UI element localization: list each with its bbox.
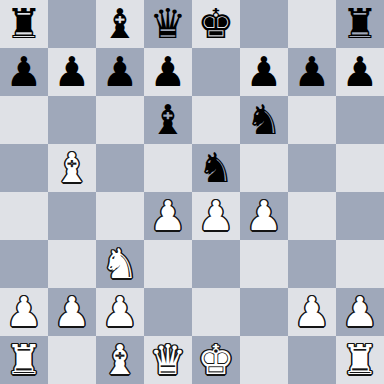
square-b5[interactable]: ♝	[48, 144, 96, 192]
square-h7[interactable]: ♟	[336, 48, 384, 96]
piece-white-knight[interactable]: ♞	[102, 240, 139, 288]
piece-white-bishop[interactable]: ♝	[54, 144, 91, 192]
square-e2[interactable]	[192, 288, 240, 336]
square-c5[interactable]	[96, 144, 144, 192]
piece-black-pawn[interactable]: ♟	[246, 48, 283, 96]
square-f7[interactable]: ♟	[240, 48, 288, 96]
piece-black-rook[interactable]: ♜	[342, 0, 379, 48]
square-d6[interactable]: ♝	[144, 96, 192, 144]
square-d3[interactable]	[144, 240, 192, 288]
piece-white-pawn[interactable]: ♟	[294, 288, 331, 336]
piece-white-bishop[interactable]: ♝	[102, 336, 139, 384]
square-h2[interactable]: ♟	[336, 288, 384, 336]
piece-black-pawn[interactable]: ♟	[54, 48, 91, 96]
square-b2[interactable]: ♟	[48, 288, 96, 336]
square-b3[interactable]	[48, 240, 96, 288]
square-f6[interactable]: ♞	[240, 96, 288, 144]
square-f3[interactable]	[240, 240, 288, 288]
piece-white-pawn[interactable]: ♟	[198, 192, 235, 240]
square-h5[interactable]	[336, 144, 384, 192]
piece-black-king[interactable]: ♚	[198, 0, 235, 48]
square-e3[interactable]	[192, 240, 240, 288]
square-h1[interactable]: ♜	[336, 336, 384, 384]
square-h3[interactable]	[336, 240, 384, 288]
square-a5[interactable]	[0, 144, 48, 192]
square-a1[interactable]: ♜	[0, 336, 48, 384]
piece-white-queen[interactable]: ♛	[150, 336, 187, 384]
square-a2[interactable]: ♟	[0, 288, 48, 336]
piece-black-bishop[interactable]: ♝	[102, 0, 139, 48]
piece-white-pawn[interactable]: ♟	[150, 192, 187, 240]
piece-black-pawn[interactable]: ♟	[6, 48, 43, 96]
square-c2[interactable]: ♟	[96, 288, 144, 336]
square-d7[interactable]: ♟	[144, 48, 192, 96]
piece-white-pawn[interactable]: ♟	[6, 288, 43, 336]
square-e4[interactable]: ♟	[192, 192, 240, 240]
square-f5[interactable]	[240, 144, 288, 192]
square-d4[interactable]: ♟	[144, 192, 192, 240]
piece-white-pawn[interactable]: ♟	[342, 288, 379, 336]
piece-white-pawn[interactable]: ♟	[246, 192, 283, 240]
square-g3[interactable]	[288, 240, 336, 288]
square-a7[interactable]: ♟	[0, 48, 48, 96]
square-e1[interactable]: ♚	[192, 336, 240, 384]
square-e8[interactable]: ♚	[192, 0, 240, 48]
piece-white-rook[interactable]: ♜	[342, 336, 379, 384]
square-h6[interactable]	[336, 96, 384, 144]
chess-board: ♜♝♛♚♜♟♟♟♟♟♟♟♝♞♝♞♟♟♟♞♟♟♟♟♟♜♝♛♚♜	[0, 0, 384, 384]
square-g1[interactable]	[288, 336, 336, 384]
square-g8[interactable]	[288, 0, 336, 48]
square-c3[interactable]: ♞	[96, 240, 144, 288]
piece-black-knight[interactable]: ♞	[198, 144, 235, 192]
square-g4[interactable]	[288, 192, 336, 240]
square-c6[interactable]	[96, 96, 144, 144]
square-c8[interactable]: ♝	[96, 0, 144, 48]
square-f8[interactable]	[240, 0, 288, 48]
square-a6[interactable]	[0, 96, 48, 144]
piece-black-pawn[interactable]: ♟	[102, 48, 139, 96]
square-c4[interactable]	[96, 192, 144, 240]
square-e6[interactable]	[192, 96, 240, 144]
square-f2[interactable]	[240, 288, 288, 336]
piece-black-rook[interactable]: ♜	[6, 0, 43, 48]
square-g6[interactable]	[288, 96, 336, 144]
square-b6[interactable]	[48, 96, 96, 144]
square-b8[interactable]	[48, 0, 96, 48]
square-h4[interactable]	[336, 192, 384, 240]
square-d5[interactable]	[144, 144, 192, 192]
square-e7[interactable]	[192, 48, 240, 96]
square-d1[interactable]: ♛	[144, 336, 192, 384]
square-b7[interactable]: ♟	[48, 48, 96, 96]
square-d8[interactable]: ♛	[144, 0, 192, 48]
square-a8[interactable]: ♜	[0, 0, 48, 48]
piece-white-pawn[interactable]: ♟	[54, 288, 91, 336]
square-g5[interactable]	[288, 144, 336, 192]
piece-white-king[interactable]: ♚	[198, 336, 235, 384]
piece-black-pawn[interactable]: ♟	[150, 48, 187, 96]
piece-black-pawn[interactable]: ♟	[342, 48, 379, 96]
square-g2[interactable]: ♟	[288, 288, 336, 336]
piece-black-knight[interactable]: ♞	[246, 96, 283, 144]
square-a4[interactable]	[0, 192, 48, 240]
square-a3[interactable]	[0, 240, 48, 288]
piece-black-bishop[interactable]: ♝	[150, 96, 187, 144]
square-f4[interactable]: ♟	[240, 192, 288, 240]
piece-black-pawn[interactable]: ♟	[294, 48, 331, 96]
square-c1[interactable]: ♝	[96, 336, 144, 384]
square-c7[interactable]: ♟	[96, 48, 144, 96]
square-h8[interactable]: ♜	[336, 0, 384, 48]
piece-black-queen[interactable]: ♛	[150, 0, 187, 48]
square-d2[interactable]	[144, 288, 192, 336]
square-b4[interactable]	[48, 192, 96, 240]
piece-white-rook[interactable]: ♜	[6, 336, 43, 384]
square-g7[interactable]: ♟	[288, 48, 336, 96]
piece-white-pawn[interactable]: ♟	[102, 288, 139, 336]
square-f1[interactable]	[240, 336, 288, 384]
square-b1[interactable]	[48, 336, 96, 384]
square-e5[interactable]: ♞	[192, 144, 240, 192]
